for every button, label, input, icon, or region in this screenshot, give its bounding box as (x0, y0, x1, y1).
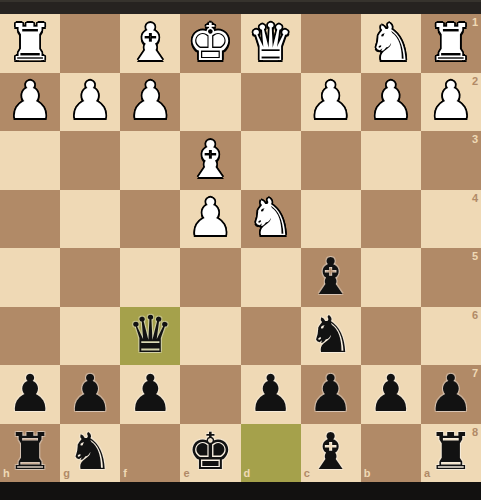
square-a8[interactable]: ♜a8 (421, 424, 481, 483)
square-c4[interactable] (301, 190, 361, 249)
white-king[interactable]: ♚ (188, 17, 234, 68)
white-bishop[interactable]: ♝ (188, 134, 234, 185)
black-bishop[interactable]: ♝ (308, 426, 354, 477)
white-pawn[interactable]: ♟ (7, 75, 53, 126)
white-pawn[interactable]: ♟ (368, 75, 414, 126)
square-h8[interactable]: ♜h (0, 424, 60, 483)
square-d6[interactable] (241, 307, 301, 366)
square-f3[interactable] (120, 131, 180, 190)
top-bar (0, 0, 481, 14)
square-a3[interactable]: 3 (421, 131, 481, 190)
white-rook[interactable]: ♜ (428, 17, 474, 68)
rank-label-3: 3 (472, 134, 478, 145)
square-a6[interactable]: 6 (421, 307, 481, 366)
square-f4[interactable] (120, 190, 180, 249)
black-pawn[interactable]: ♟ (368, 368, 414, 419)
square-e7[interactable] (180, 365, 240, 424)
chess-board: ♜♝♚♛♞♜1♟♟♟♟♟♟2♝3♟♞4♝5♛♞6♟♟♟♟♟♟♟7♜h♞gf♚ed… (0, 14, 481, 482)
bottom-bar (0, 482, 481, 500)
square-f2[interactable]: ♟ (120, 73, 180, 132)
square-e2[interactable] (180, 73, 240, 132)
black-king[interactable]: ♚ (188, 426, 234, 477)
black-knight[interactable]: ♞ (308, 309, 354, 360)
square-f6[interactable]: ♛ (120, 307, 180, 366)
square-h5[interactable] (0, 248, 60, 307)
square-f7[interactable]: ♟ (120, 365, 180, 424)
white-pawn[interactable]: ♟ (127, 75, 173, 126)
square-b2[interactable]: ♟ (361, 73, 421, 132)
square-a1[interactable]: ♜1 (421, 14, 481, 73)
square-d4[interactable]: ♞ (241, 190, 301, 249)
black-pawn[interactable]: ♟ (67, 368, 113, 419)
square-f5[interactable] (120, 248, 180, 307)
square-c2[interactable]: ♟ (301, 73, 361, 132)
square-h1[interactable]: ♜ (0, 14, 60, 73)
square-b4[interactable] (361, 190, 421, 249)
chess-app-window: ♜♝♚♛♞♜1♟♟♟♟♟♟2♝3♟♞4♝5♛♞6♟♟♟♟♟♟♟7♜h♞gf♚ed… (0, 0, 481, 500)
square-g4[interactable] (60, 190, 120, 249)
square-d3[interactable] (241, 131, 301, 190)
square-h3[interactable] (0, 131, 60, 190)
square-d2[interactable] (241, 73, 301, 132)
square-e1[interactable]: ♚ (180, 14, 240, 73)
black-queen[interactable]: ♛ (127, 309, 173, 360)
square-e6[interactable] (180, 307, 240, 366)
square-c6[interactable]: ♞ (301, 307, 361, 366)
square-e8[interactable]: ♚e (180, 424, 240, 483)
square-b5[interactable] (361, 248, 421, 307)
square-c5[interactable]: ♝ (301, 248, 361, 307)
white-pawn[interactable]: ♟ (67, 75, 113, 126)
square-b6[interactable] (361, 307, 421, 366)
square-f8[interactable]: f (120, 424, 180, 483)
black-pawn[interactable]: ♟ (248, 368, 294, 419)
white-pawn[interactable]: ♟ (308, 75, 354, 126)
black-pawn[interactable]: ♟ (127, 368, 173, 419)
square-g8[interactable]: ♞g (60, 424, 120, 483)
square-g7[interactable]: ♟ (60, 365, 120, 424)
file-label-d: d (244, 468, 251, 479)
white-pawn[interactable]: ♟ (428, 75, 474, 126)
black-rook[interactable]: ♜ (7, 426, 53, 477)
square-c8[interactable]: ♝c (301, 424, 361, 483)
white-knight[interactable]: ♞ (368, 17, 414, 68)
white-pawn[interactable]: ♟ (188, 192, 234, 243)
square-a5[interactable]: 5 (421, 248, 481, 307)
square-d5[interactable] (241, 248, 301, 307)
square-e3[interactable]: ♝ (180, 131, 240, 190)
rank-label-4: 4 (472, 193, 478, 204)
square-a4[interactable]: 4 (421, 190, 481, 249)
square-g5[interactable] (60, 248, 120, 307)
square-a7[interactable]: ♟7 (421, 365, 481, 424)
rank-label-5: 5 (472, 251, 478, 262)
square-a2[interactable]: ♟2 (421, 73, 481, 132)
square-g6[interactable] (60, 307, 120, 366)
black-pawn[interactable]: ♟ (308, 368, 354, 419)
black-pawn[interactable]: ♟ (428, 368, 474, 419)
white-rook[interactable]: ♜ (7, 17, 53, 68)
square-d1[interactable]: ♛ (241, 14, 301, 73)
white-knight[interactable]: ♞ (248, 192, 294, 243)
square-e4[interactable]: ♟ (180, 190, 240, 249)
black-pawn[interactable]: ♟ (7, 368, 53, 419)
square-g2[interactable]: ♟ (60, 73, 120, 132)
square-e5[interactable] (180, 248, 240, 307)
square-b8[interactable]: b (361, 424, 421, 483)
file-label-b: b (364, 468, 371, 479)
white-bishop[interactable]: ♝ (127, 17, 173, 68)
square-c3[interactable] (301, 131, 361, 190)
square-g3[interactable] (60, 131, 120, 190)
file-label-f: f (123, 468, 127, 479)
square-b1[interactable]: ♞ (361, 14, 421, 73)
square-h4[interactable] (0, 190, 60, 249)
square-d7[interactable]: ♟ (241, 365, 301, 424)
square-c7[interactable]: ♟ (301, 365, 361, 424)
square-f1[interactable]: ♝ (120, 14, 180, 73)
square-b3[interactable] (361, 131, 421, 190)
square-c1[interactable] (301, 14, 361, 73)
square-h7[interactable]: ♟ (0, 365, 60, 424)
square-b7[interactable]: ♟ (361, 365, 421, 424)
square-g1[interactable] (60, 14, 120, 73)
square-h2[interactable]: ♟ (0, 73, 60, 132)
square-h6[interactable] (0, 307, 60, 366)
square-d8[interactable]: d (241, 424, 301, 483)
black-bishop[interactable]: ♝ (308, 251, 354, 302)
black-rook[interactable]: ♜ (428, 426, 474, 477)
white-queen[interactable]: ♛ (248, 17, 294, 68)
rank-label-6: 6 (472, 310, 478, 321)
black-knight[interactable]: ♞ (67, 426, 113, 477)
